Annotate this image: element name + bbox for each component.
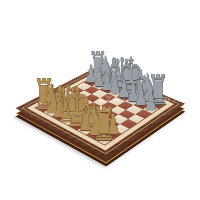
chess-board-frame	[16, 67, 185, 159]
frame-cream-band	[26, 71, 176, 152]
frame-gold-pinstripe	[21, 69, 179, 154]
chess-set-photo: szachlandia ♜♞♟♝♟♛♟♚♟♝♟♞♟♟♜♟♟♜♟♟♞♟♝♟♛♟♚♟…	[0, 0, 200, 200]
